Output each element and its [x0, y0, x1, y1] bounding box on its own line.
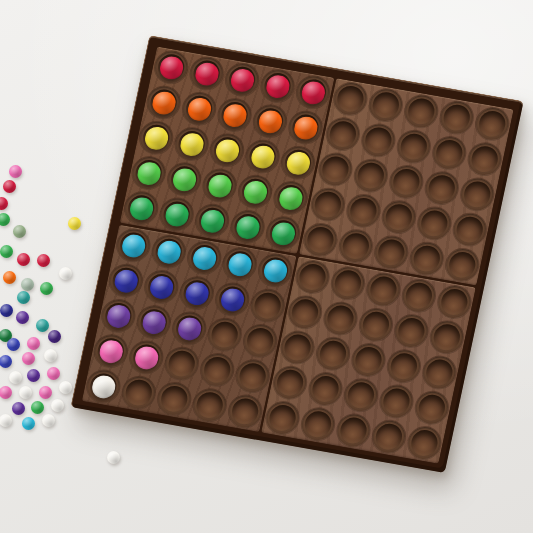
loose-pompom-teal — [17, 291, 30, 304]
loose-pompom-red — [17, 253, 30, 266]
board-cell-r10c5 — [224, 391, 267, 432]
loose-pompom-orange — [3, 271, 16, 284]
loose-pompom-white — [59, 267, 72, 280]
board-hole — [385, 348, 423, 385]
board-hole — [372, 234, 410, 271]
board-cell-r4c5 — [269, 177, 312, 218]
board-cell-r2c5 — [284, 107, 327, 148]
board-hole — [413, 389, 451, 426]
loose-pompom-red — [0, 197, 8, 210]
board-hole — [420, 354, 458, 391]
loose-pompom-white — [107, 451, 120, 464]
board-cell-r10c10 — [403, 422, 446, 463]
loose-pompom-red — [3, 180, 16, 193]
board-cell-r4c10 — [448, 209, 491, 250]
board-cell-r7c5 — [246, 285, 289, 326]
board-quadrant-top-right — [299, 78, 514, 285]
board-quadrant-top-left — [120, 47, 335, 254]
board-hole — [241, 322, 279, 359]
board-hole — [392, 313, 430, 350]
loose-pompom-green — [0, 213, 10, 226]
loose-pompom-pink — [9, 165, 22, 178]
board-hole — [364, 271, 402, 308]
board-hole — [473, 105, 511, 142]
board-hole — [380, 199, 418, 236]
loose-pompom-white — [9, 371, 22, 384]
board-quadrant-bottom-right — [261, 256, 476, 463]
board-hole — [349, 342, 387, 379]
board-hole — [430, 134, 468, 171]
board-cell-r6c5 — [254, 250, 297, 291]
photo-scene — [0, 0, 533, 533]
board-hole — [370, 418, 408, 455]
board-cell-r5c5 — [262, 213, 305, 254]
board-hole — [377, 383, 415, 420]
loose-pompom-blue — [7, 338, 20, 351]
board-hole — [293, 259, 331, 296]
loose-pompom-white — [59, 381, 72, 394]
board-hole — [451, 211, 489, 248]
board-cell-r1c10 — [471, 103, 514, 144]
board-cell-r9c10 — [410, 387, 453, 428]
board-hole — [263, 400, 301, 437]
loose-pompom-white — [19, 386, 32, 399]
board-cell-r7c10 — [425, 317, 468, 358]
loose-pompom-pink — [47, 367, 60, 380]
loose-pompom-purple — [27, 369, 40, 382]
board-hole — [324, 116, 362, 153]
board-hole — [400, 277, 438, 314]
loose-pompom-yellow — [68, 217, 81, 230]
loose-pompom-white — [44, 349, 57, 362]
board-hole — [309, 186, 347, 223]
board-hole — [226, 393, 264, 430]
board-hole — [458, 176, 496, 213]
board-hole — [438, 99, 476, 136]
loose-pompom-sage — [13, 225, 26, 238]
board-hole — [428, 319, 466, 356]
loose-pompom-green — [40, 282, 53, 295]
loose-pompom-white — [0, 414, 12, 427]
board-cell-r3c10 — [456, 174, 499, 215]
board-hole — [271, 364, 309, 401]
loose-pompom-purple — [16, 311, 29, 324]
board-hole — [314, 335, 352, 372]
board-hole — [286, 294, 324, 331]
board-hole — [278, 329, 316, 366]
board-hole — [357, 306, 395, 343]
board-hole — [306, 371, 344, 408]
board-hole — [234, 358, 272, 395]
board-hole — [395, 128, 433, 165]
board-hole — [443, 246, 481, 283]
board-hole — [359, 122, 397, 159]
loose-pompom-green — [31, 401, 44, 414]
loose-pompom-graygreen — [21, 278, 34, 291]
board-cell-r9c5 — [231, 355, 274, 396]
board-hole — [316, 151, 354, 188]
board-hole — [405, 425, 443, 462]
board-hole — [249, 287, 287, 324]
board-hole — [206, 316, 244, 353]
board-hole — [342, 377, 380, 414]
loose-pompom-navy — [0, 304, 13, 317]
board-hole — [337, 228, 375, 265]
board-quadrant-bottom-left — [82, 225, 297, 432]
loose-pompom-pink — [22, 352, 35, 365]
board-hole — [352, 157, 390, 194]
board-hole — [367, 87, 405, 124]
board-hole — [163, 345, 201, 382]
board-hole — [408, 240, 446, 277]
hundred-board — [70, 35, 523, 473]
loose-pompom-blue — [0, 355, 12, 368]
board-hole — [198, 351, 236, 388]
board-hole — [435, 284, 473, 321]
board-cell-r8c5 — [239, 320, 282, 361]
board-hole — [402, 93, 440, 130]
loose-pompom-pink — [39, 386, 52, 399]
board-cell-r8c10 — [418, 352, 461, 393]
board-cell-r1c5 — [292, 72, 335, 113]
board-hole — [331, 80, 369, 117]
board-hole — [334, 412, 372, 449]
board-hole — [299, 406, 337, 443]
loose-pompom-teal — [36, 319, 49, 332]
board-hole — [120, 374, 158, 411]
board-hole — [344, 192, 382, 229]
loose-pompom-white — [42, 414, 55, 427]
board-cell-r3c5 — [277, 142, 320, 183]
board-hole — [415, 205, 453, 242]
loose-pompom-red — [37, 254, 50, 267]
loose-pompom-cyan — [22, 417, 35, 430]
board-hole — [155, 380, 193, 417]
board-hole — [387, 163, 425, 200]
board-hole — [301, 221, 339, 258]
board-cell-r5c10 — [441, 244, 484, 285]
loose-pompom-white — [51, 399, 64, 412]
loose-pompom-darkpurple — [48, 330, 61, 343]
board-cell-r6c10 — [433, 281, 476, 322]
board-hole — [423, 170, 461, 207]
board-hole — [329, 265, 367, 302]
loose-pompom-green — [0, 245, 13, 258]
board-hole — [321, 300, 359, 337]
board-cell-r2c10 — [463, 138, 506, 179]
board-hole — [466, 141, 504, 178]
board-hole — [191, 387, 229, 424]
loose-pompom-pink — [27, 337, 40, 350]
loose-pompom-pink — [0, 386, 12, 399]
loose-pompom-purple — [12, 402, 25, 415]
